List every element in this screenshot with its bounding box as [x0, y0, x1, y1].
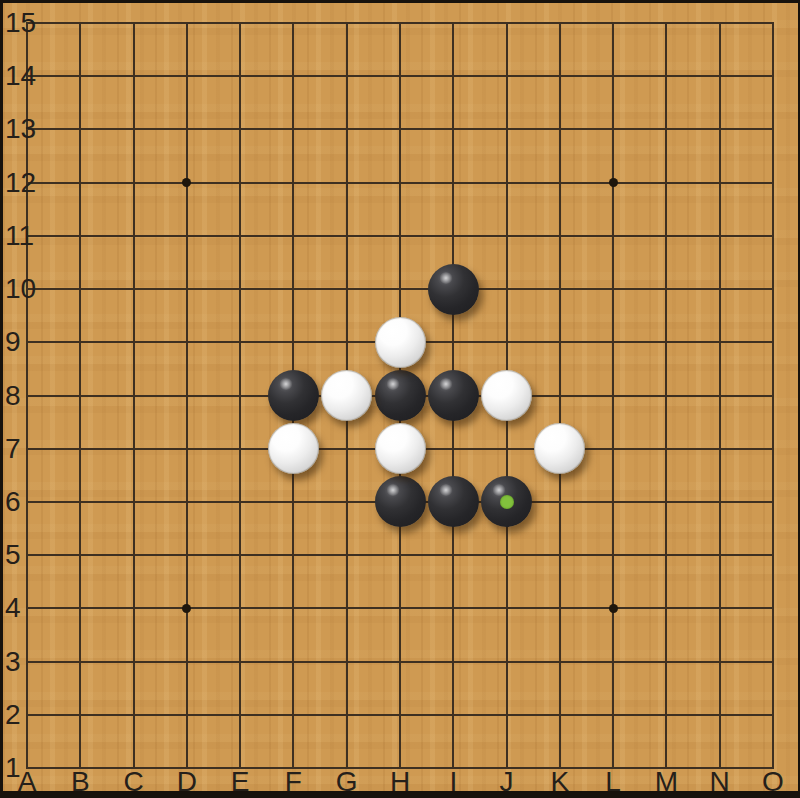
row-label-5: 5 [5, 540, 31, 570]
grid-line-horizontal [26, 607, 774, 609]
stone-white-J8[interactable] [481, 370, 532, 421]
star-point-L4 [609, 604, 618, 613]
stone-highlight [386, 484, 400, 496]
col-label-F: F [276, 767, 310, 797]
grid-line-vertical [612, 22, 614, 769]
stone-black-I8[interactable] [428, 370, 479, 421]
stone-highlight [439, 272, 453, 284]
col-label-C: C [117, 767, 151, 797]
col-label-O: O [756, 767, 790, 797]
row-label-15: 15 [5, 8, 31, 38]
grid-line-vertical [772, 22, 774, 769]
star-point-D4 [182, 604, 191, 613]
col-label-M: M [649, 767, 683, 797]
col-label-L: L [596, 767, 630, 797]
grid-line-horizontal [26, 554, 774, 556]
row-label-4: 4 [5, 593, 31, 623]
go-board[interactable]: 151413121110987654321ABCDEFGHIJKLMNO [3, 3, 798, 791]
star-point-L12 [609, 178, 618, 187]
grid-line-vertical [559, 22, 561, 769]
row-label-8: 8 [5, 381, 31, 411]
stone-highlight [439, 484, 453, 496]
col-label-K: K [543, 767, 577, 797]
stone-black-I10[interactable] [428, 264, 479, 315]
last-move-marker [500, 495, 514, 509]
row-label-7: 7 [5, 434, 31, 464]
stone-white-H7[interactable] [375, 423, 426, 474]
col-label-A: A [10, 767, 44, 797]
col-label-N: N [703, 767, 737, 797]
col-label-E: E [223, 767, 257, 797]
grid-line-horizontal [26, 714, 774, 716]
row-label-13: 13 [5, 114, 31, 144]
stone-white-H9[interactable] [375, 317, 426, 368]
grid-line-vertical [665, 22, 667, 769]
row-label-3: 3 [5, 647, 31, 677]
col-label-H: H [383, 767, 417, 797]
col-label-G: G [330, 767, 364, 797]
row-label-10: 10 [5, 274, 31, 304]
stone-white-G8[interactable] [321, 370, 372, 421]
row-label-2: 2 [5, 700, 31, 730]
stone-highlight [279, 378, 293, 390]
stone-black-H8[interactable] [375, 370, 426, 421]
col-label-D: D [170, 767, 204, 797]
stone-black-F8[interactable] [268, 370, 319, 421]
stone-highlight [386, 378, 400, 390]
star-point-D12 [182, 178, 191, 187]
stone-black-I6[interactable] [428, 476, 479, 527]
gomoku-app-screen: 151413121110987654321ABCDEFGHIJKLMNO [0, 0, 800, 798]
col-label-J: J [490, 767, 524, 797]
row-label-9: 9 [5, 327, 31, 357]
grid-line-vertical [719, 22, 721, 769]
stone-white-K7[interactable] [534, 423, 585, 474]
stone-white-F7[interactable] [268, 423, 319, 474]
row-label-11: 11 [5, 221, 31, 251]
stone-black-J6[interactable] [481, 476, 532, 527]
col-label-B: B [63, 767, 97, 797]
grid-line-horizontal [26, 661, 774, 663]
col-label-I: I [436, 767, 470, 797]
stone-black-H6[interactable] [375, 476, 426, 527]
board-layer: 151413121110987654321ABCDEFGHIJKLMNO [0, 0, 800, 798]
row-label-6: 6 [5, 487, 31, 517]
stone-highlight [439, 378, 453, 390]
row-label-12: 12 [5, 168, 31, 198]
row-label-14: 14 [5, 61, 31, 91]
